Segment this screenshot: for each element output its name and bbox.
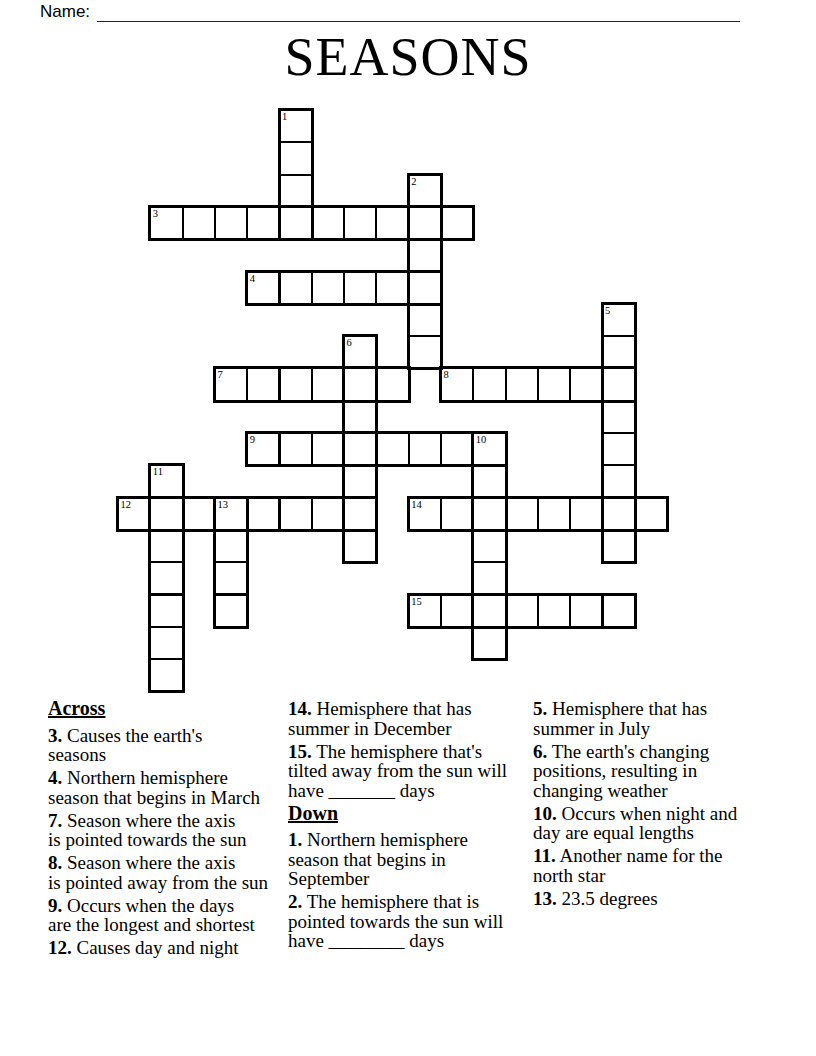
clue-text: Causes the earth's seasons (48, 725, 202, 766)
grid-cell[interactable] (149, 658, 183, 692)
clue-down-2: 2. The hemisphere that is pointed toward… (288, 892, 538, 951)
grid-cell[interactable] (472, 464, 506, 498)
clue-number-label: 4. (48, 767, 62, 788)
grid-cell[interactable] (279, 141, 313, 175)
grid-cell[interactable] (343, 367, 377, 401)
grid-cell[interactable] (246, 497, 280, 531)
clue-number-label: 1. (288, 829, 302, 850)
grid-cell[interactable] (343, 400, 377, 434)
grid-cell[interactable] (375, 206, 409, 240)
grid-cell[interactable] (505, 594, 539, 628)
clue-number-label: 5. (533, 698, 547, 719)
grid-cell[interactable] (505, 367, 539, 401)
clue-text: Hemisphere that has summer in December (288, 698, 472, 739)
grid-cell[interactable] (279, 497, 313, 531)
grid-cell[interactable] (408, 594, 442, 628)
clue-column-1: Across3. Causes the earth's seasons4. No… (48, 699, 286, 961)
grid-cell[interactable] (440, 497, 474, 531)
clue-across-14: 14. Hemisphere that has summer in Decemb… (288, 699, 538, 738)
grid-cell[interactable] (602, 497, 636, 531)
grid-cell[interactable] (408, 238, 442, 272)
grid-cell[interactable] (343, 206, 377, 240)
grid-cell[interactable] (246, 432, 280, 466)
clue-down-11: 11. Another name for the north star (533, 846, 785, 885)
grid-cell[interactable] (472, 367, 506, 401)
grid-cell[interactable] (182, 206, 216, 240)
grid-cell[interactable] (375, 367, 409, 401)
grid-cell[interactable] (440, 594, 474, 628)
grid-cell[interactable] (279, 367, 313, 401)
grid-cell[interactable] (246, 206, 280, 240)
clue-across-7: 7. Season where the axis is pointed towa… (48, 811, 286, 850)
clue-number-label: 7. (48, 810, 62, 831)
clue-across-3: 3. Causes the earth's seasons (48, 726, 286, 765)
clue-down-10: 10. Occurs when night and day are equal … (533, 804, 785, 843)
grid-cell[interactable] (602, 529, 636, 563)
grid-cell[interactable] (408, 335, 442, 369)
clue-column-2: 14. Hemisphere that has summer in Decemb… (288, 699, 538, 954)
name-label: Name: (40, 2, 90, 22)
grid-cell[interactable] (214, 594, 248, 628)
grid-cell[interactable] (505, 497, 539, 531)
grid-cell[interactable] (602, 400, 636, 434)
grid-cell[interactable] (343, 432, 377, 466)
grid-cell[interactable] (440, 206, 474, 240)
grid-cell[interactable] (279, 206, 313, 240)
clue-text: Northern hemisphere season that begins i… (48, 767, 260, 808)
grid-cell[interactable] (149, 561, 183, 595)
grid-cell[interactable] (311, 497, 345, 531)
grid-cell[interactable] (149, 626, 183, 660)
name-row: Name: (40, 2, 740, 22)
grid-cell[interactable] (569, 367, 603, 401)
clue-across-15: 15. The hemisphere that's tilted away fr… (288, 742, 538, 801)
worksheet-page: Name: SEASONS 347891214151256101113 Acro… (0, 0, 816, 1056)
clue-across-8: 8. Season where the axis is pointed away… (48, 853, 286, 892)
grid-cell[interactable] (182, 497, 216, 531)
grid-cell[interactable] (343, 335, 377, 369)
clue-text: Hemisphere that has summer in July (533, 698, 707, 739)
grid-cell[interactable] (569, 594, 603, 628)
grid-cell[interactable] (117, 497, 151, 531)
name-input-line[interactable] (97, 4, 740, 22)
grid-cell[interactable] (214, 367, 248, 401)
clue-down-6: 6. The earth's changing positions, resul… (533, 742, 785, 801)
grid-cell[interactable] (149, 529, 183, 563)
grid-cell[interactable] (149, 206, 183, 240)
grid-cell[interactable] (408, 497, 442, 531)
grid-cell[interactable] (311, 206, 345, 240)
grid-cell[interactable] (602, 303, 636, 337)
grid-cell[interactable] (472, 497, 506, 531)
grid-cell[interactable] (214, 529, 248, 563)
grid-cell[interactable] (343, 529, 377, 563)
grid-cell[interactable] (602, 594, 636, 628)
grid-cell[interactable] (472, 561, 506, 595)
grid-cell[interactable] (149, 464, 183, 498)
grid-cell[interactable] (375, 432, 409, 466)
clue-text: The earth's changing positions, resultin… (533, 741, 709, 801)
clue-across-12: 12. Causes day and night (48, 938, 286, 958)
grid-cell[interactable] (279, 109, 313, 143)
clue-number-label: 14. (288, 698, 312, 719)
clue-number-label: 2. (288, 891, 302, 912)
grid-cell[interactable] (602, 335, 636, 369)
clue-down-1: 1. Northern hemisphere season that begin… (288, 830, 538, 889)
grid-cell[interactable] (408, 432, 442, 466)
clue-number-label: 12. (48, 937, 72, 958)
clue-text: Another name for the north star (533, 845, 722, 886)
grid-cell[interactable] (472, 594, 506, 628)
clue-number-label: 3. (48, 725, 62, 746)
clue-text: 23.5 degrees (562, 888, 658, 909)
clue-number-label: 6. (533, 741, 547, 762)
grid-cell[interactable] (343, 497, 377, 531)
grid-cell[interactable] (214, 561, 248, 595)
clue-text: Season where the axis is pointed away fr… (48, 852, 268, 893)
grid-cell[interactable] (311, 432, 345, 466)
clue-text: Causes day and night (77, 937, 239, 958)
grid-cell[interactable] (311, 271, 345, 305)
grid-cell[interactable] (246, 271, 280, 305)
clue-number-label: 13. (533, 888, 557, 909)
grid-cell[interactable] (279, 271, 313, 305)
clue-number-label: 15. (288, 741, 312, 762)
clue-column-3: 5. Hemisphere that has summer in July6. … (533, 699, 785, 912)
grid-cell[interactable] (408, 271, 442, 305)
grid-cell[interactable] (246, 367, 280, 401)
grid-cell[interactable] (311, 367, 345, 401)
clue-text: The hemisphere that is pointed towards t… (288, 891, 503, 951)
clue-number-label: 9. (48, 895, 62, 916)
clue-down-5: 5. Hemisphere that has summer in July (533, 699, 785, 738)
grid-cell[interactable] (375, 271, 409, 305)
grid-cell[interactable] (472, 626, 506, 660)
grid-cell[interactable] (537, 594, 571, 628)
grid-cell[interactable] (634, 497, 668, 531)
grid-cell[interactable] (472, 529, 506, 563)
clue-number-label: 8. (48, 852, 62, 873)
grid-cell[interactable] (149, 497, 183, 531)
grid-cell[interactable] (440, 432, 474, 466)
grid-cell[interactable] (537, 497, 571, 531)
puzzle-title: SEASONS (0, 30, 816, 84)
clue-down-13: 13. 23.5 degrees (533, 889, 785, 909)
clue-number-label: 10. (533, 803, 557, 824)
grid-cell[interactable] (343, 464, 377, 498)
grid-cell[interactable] (602, 464, 636, 498)
grid-cell[interactable] (537, 367, 571, 401)
clue-number-label: 11. (533, 845, 556, 866)
clue-text: The hemisphere that's tilted away from t… (288, 741, 507, 801)
grid-cell[interactable] (214, 497, 248, 531)
grid-cell[interactable] (279, 432, 313, 466)
grid-cell[interactable] (569, 497, 603, 531)
down-header: Down (288, 804, 538, 824)
grid-cell[interactable] (440, 367, 474, 401)
clue-text: Northern hemisphere season that begins i… (288, 829, 468, 889)
grid-cell[interactable] (408, 174, 442, 208)
clue-across-4: 4. Northern hemisphere season that begin… (48, 768, 286, 807)
grid-cell[interactable] (343, 271, 377, 305)
clue-across-9: 9. Occurs when the days are the longest … (48, 896, 286, 935)
grid-cell[interactable] (602, 432, 636, 466)
grid-cell[interactable] (602, 367, 636, 401)
grid-cell[interactable] (214, 206, 248, 240)
clue-text: Occurs when night and day are equal leng… (533, 803, 737, 844)
grid-cell[interactable] (408, 303, 442, 337)
grid-cell[interactable] (279, 174, 313, 208)
grid-cell[interactable] (472, 432, 506, 466)
clue-text: Season where the axis is pointed towards… (48, 810, 246, 851)
across-header: Across (48, 699, 286, 719)
clue-text: Occurs when the days are the longest and… (48, 895, 255, 936)
grid-cell[interactable] (149, 594, 183, 628)
grid-cell[interactable] (408, 206, 442, 240)
